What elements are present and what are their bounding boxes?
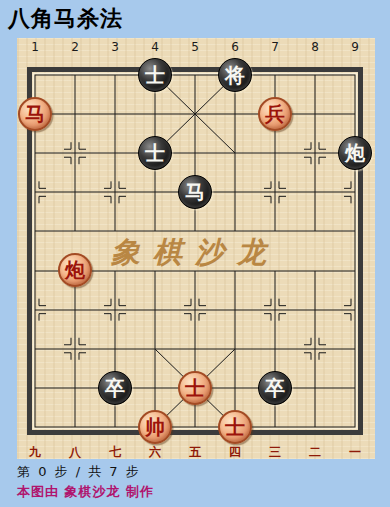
col-label-bottom: 二 [295, 444, 335, 461]
step-indicator: 第 0 步 / 共 7 步 [17, 463, 141, 481]
piece-black-炮[interactable]: 炮 [338, 136, 372, 170]
piece-red-士[interactable]: 士 [218, 410, 252, 444]
col-label-bottom: 五 [175, 444, 215, 461]
col-label-bottom: 七 [95, 444, 135, 461]
col-label-bottom: 四 [215, 444, 255, 461]
piece-red-帅[interactable]: 帅 [138, 410, 172, 444]
piece-black-卒[interactable]: 卒 [258, 371, 292, 405]
column-labels-bottom: 九八七六五四三二一 [15, 444, 375, 461]
piece-black-卒[interactable]: 卒 [98, 371, 132, 405]
col-label-bottom: 一 [335, 444, 375, 461]
piece-red-炮[interactable]: 炮 [58, 253, 92, 287]
piece-red-兵[interactable]: 兵 [258, 97, 292, 131]
page-title: 八角马杀法 [8, 4, 123, 34]
board-panel: 123456789 [17, 38, 375, 459]
col-label-bottom: 九 [15, 444, 55, 461]
board: 士将马兵士炮马炮卒士卒帅士 [15, 55, 375, 446]
piece-black-士[interactable]: 士 [138, 58, 172, 92]
piece-red-士[interactable]: 士 [178, 371, 212, 405]
piece-black-将[interactable]: 将 [218, 58, 252, 92]
col-label-bottom: 八 [55, 444, 95, 461]
col-label-bottom: 六 [135, 444, 175, 461]
col-label-bottom: 三 [255, 444, 295, 461]
piece-black-马[interactable]: 马 [178, 175, 212, 209]
piece-red-马[interactable]: 马 [18, 97, 52, 131]
credit-text: 本图由 象棋沙龙 制作 [17, 483, 154, 501]
piece-black-士[interactable]: 士 [138, 136, 172, 170]
app-window: 八角马杀法 123456789 [0, 0, 390, 507]
